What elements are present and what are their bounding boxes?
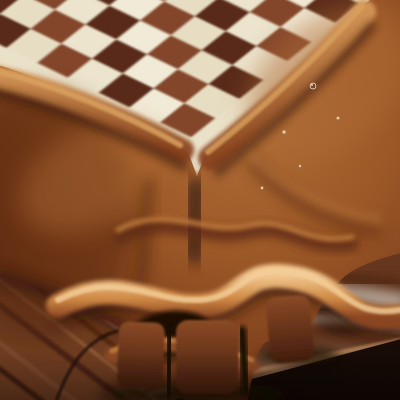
frame-foot-right (265, 294, 315, 364)
frame-foot-left (117, 321, 165, 389)
foot-gap-right (242, 330, 246, 392)
frame-valley-shadow (192, 178, 197, 262)
photo-chessboard-corner (0, 0, 400, 400)
foot-gap-left (168, 330, 170, 395)
carved-frame (0, 0, 400, 400)
frame-foot-center (176, 320, 238, 394)
